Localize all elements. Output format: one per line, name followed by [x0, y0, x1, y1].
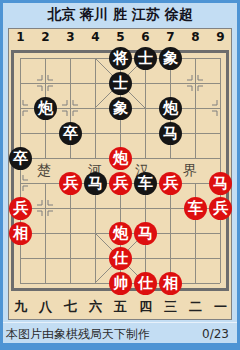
rank-label: 六 [83, 298, 108, 315]
piece-black-horse[interactable]: 马 [159, 122, 182, 145]
piece-red-soldier[interactable]: 兵 [159, 172, 182, 195]
piece-red-soldier[interactable]: 兵 [209, 197, 232, 220]
piece-red-soldier[interactable]: 兵 [9, 197, 32, 220]
piece-black-elephant[interactable]: 象 [109, 97, 132, 120]
file-label: 6 [133, 29, 158, 46]
piece-red-soldier[interactable]: 兵 [59, 172, 82, 195]
piece-black-soldier[interactable]: 卒 [59, 122, 82, 145]
file-label: 8 [183, 29, 208, 46]
piece-red-advisor[interactable]: 仕 [134, 272, 157, 295]
footer-strip [3, 343, 237, 347]
piece-black-cannon[interactable]: 炮 [34, 97, 57, 120]
file-label: 9 [208, 29, 233, 46]
file-label: 7 [158, 29, 183, 46]
piece-black-advisor[interactable]: 士 [109, 72, 132, 95]
rank-label: 二 [183, 298, 208, 315]
piece-red-general[interactable]: 帅 [109, 272, 132, 295]
file-label: 1 [8, 29, 33, 46]
piece-red-horse[interactable]: 马 [134, 222, 157, 245]
piece-black-chariot[interactable]: 车 [134, 172, 157, 195]
rank-label: 五 [108, 298, 133, 315]
move-counter: 0/23 [202, 324, 229, 344]
rank-label: 一 [208, 298, 233, 315]
xiangqi-viewer-window: 北京 蒋川 胜 江苏 徐超 123456789 楚 河 汉 界 将士象士炮象炮卒… [0, 0, 240, 350]
rank-labels-bottom: 九八七六五四三二一 [8, 298, 233, 315]
file-label: 3 [58, 29, 83, 46]
status-bar: 本图片由象棋残局天下制作 0/23 [3, 322, 237, 344]
file-labels-top: 123456789 [8, 29, 233, 46]
piece-red-cannon[interactable]: 炮 [109, 147, 132, 170]
piece-black-general[interactable]: 将 [109, 47, 132, 70]
piece-black-soldier[interactable]: 卒 [9, 147, 32, 170]
piece-red-cannon[interactable]: 炮 [109, 222, 132, 245]
rank-label: 九 [8, 298, 33, 315]
piece-red-elephant[interactable]: 相 [9, 222, 32, 245]
piece-black-cannon[interactable]: 炮 [159, 97, 182, 120]
pieces-grid: 将士象士炮象炮卒马卒炮兵马兵车兵马兵车兵相炮马仕帅仕相 [8, 46, 233, 296]
file-label: 4 [83, 29, 108, 46]
file-label: 5 [108, 29, 133, 46]
rank-label: 三 [158, 298, 183, 315]
piece-red-elephant[interactable]: 相 [159, 272, 182, 295]
piece-red-soldier[interactable]: 兵 [109, 172, 132, 195]
piece-black-horse[interactable]: 马 [84, 172, 107, 195]
rank-label: 四 [133, 298, 158, 315]
piece-red-chariot[interactable]: 车 [184, 197, 207, 220]
rank-label: 八 [33, 298, 58, 315]
game-title: 北京 蒋川 胜 江苏 徐超 [3, 3, 237, 26]
piece-black-advisor[interactable]: 士 [134, 47, 157, 70]
piece-red-horse[interactable]: 马 [209, 172, 232, 195]
piece-black-elephant[interactable]: 象 [159, 47, 182, 70]
rank-label: 七 [58, 298, 83, 315]
status-caption: 本图片由象棋残局天下制作 [6, 324, 150, 344]
file-label: 2 [33, 29, 58, 46]
piece-red-advisor[interactable]: 仕 [109, 247, 132, 270]
board-panel: 123456789 楚 河 汉 界 将士象士炮象炮卒马卒炮兵马兵车兵马兵车兵相炮… [8, 28, 232, 320]
